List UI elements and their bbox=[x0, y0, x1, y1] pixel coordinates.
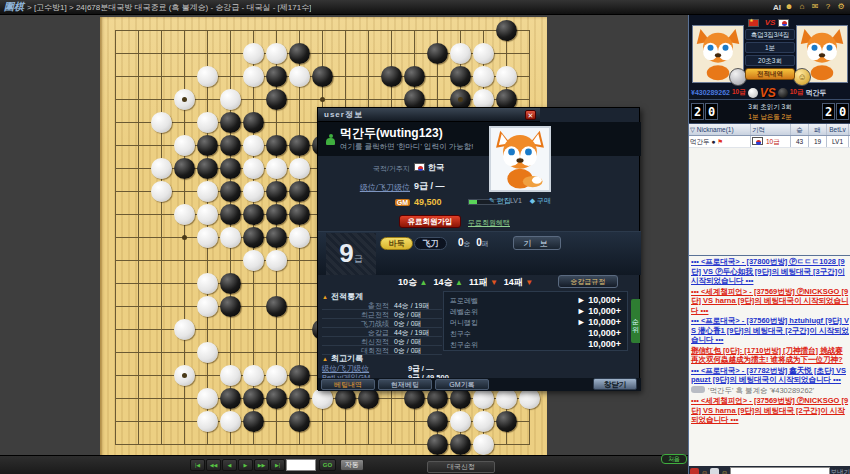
buy-button[interactable]: ◆ 구매 bbox=[530, 196, 551, 206]
komi-label: 흑덤3집3/4집 bbox=[745, 29, 795, 40]
close-window-button[interactable]: 창닫기 bbox=[593, 378, 637, 390]
chat-input-row: ☺ ☺ 보내기 bbox=[689, 466, 850, 474]
black-stone bbox=[289, 135, 310, 156]
white-stone bbox=[174, 204, 195, 225]
white-stone-icon bbox=[748, 88, 758, 98]
white-stone bbox=[473, 434, 494, 455]
auto-button[interactable]: 자동 bbox=[340, 459, 364, 471]
stat-row: 총전적44승 / 19패 bbox=[322, 301, 442, 310]
time-label: 1분 bbox=[745, 42, 795, 53]
player-table: ▽ Nickname(1)기력승패BetLv 먹간두 ● ⚑ 10급 43 19… bbox=[689, 124, 850, 255]
ranking-row: 머니랭킹► 10,000+ bbox=[450, 317, 621, 328]
left-score: 20 bbox=[691, 103, 718, 120]
black-stone bbox=[243, 112, 264, 133]
stat-row: 승강급44승 / 19패 bbox=[322, 328, 442, 337]
stats-section: 전적통계 총전적44승 / 19패최근전적0승 / 0패飞刀战绩0승 / 0패승… bbox=[318, 291, 641, 351]
star-point bbox=[182, 97, 187, 102]
smiley-icon[interactable]: ☺ bbox=[700, 468, 709, 474]
left-player-avatar bbox=[692, 25, 744, 83]
black-stone bbox=[266, 181, 287, 202]
current-betting-button[interactable]: 현재베팅 bbox=[378, 379, 432, 390]
black-stone bbox=[266, 135, 287, 156]
title-bar: 圍棋 > [고수방1] > 24|678분대국방 대국종료 (흑 불계승) - … bbox=[0, 0, 850, 15]
first-move-button[interactable]: 처음 bbox=[661, 454, 687, 464]
ai-label[interactable]: AI bbox=[773, 3, 781, 12]
popup-button-row: 베팅내역 현재베팅 GM기록 창닫기 bbox=[318, 378, 641, 391]
white-stone bbox=[174, 135, 195, 156]
white-stone bbox=[266, 43, 287, 64]
ranking-tab[interactable]: 순위 bbox=[631, 299, 640, 343]
white-stone bbox=[220, 365, 241, 386]
playback-button[interactable]: ◀ bbox=[222, 459, 237, 471]
promotion-stat: 10승 ▲ bbox=[398, 276, 427, 289]
chat-area[interactable]: ••• <프로대국> - [37800번방] Ⓟㄷㄷㄷ1028 [9단] VS … bbox=[689, 255, 850, 466]
star-point bbox=[458, 97, 463, 102]
white-stone bbox=[450, 43, 471, 64]
chat-message[interactable]: ••• <프로대국> - [37800번방] Ⓟㄷㄷㄷ1028 [9단] VS … bbox=[691, 257, 849, 286]
black-stone bbox=[381, 66, 402, 87]
rank-label: 级位/飞刀级位 bbox=[338, 182, 410, 193]
white-stone bbox=[496, 66, 517, 87]
black-stone bbox=[197, 135, 218, 156]
column-header[interactable]: ▽ Nickname(1) bbox=[689, 124, 751, 135]
white-stone bbox=[243, 66, 264, 87]
gm-value: 49,500 bbox=[414, 197, 442, 207]
popup-username[interactable]: 먹간두(wuting123) bbox=[340, 125, 443, 142]
score-panel: 20 3회 초읽기 3회 1분 남은돌 2분 20 bbox=[689, 100, 850, 124]
promotion-stat: 14승 ▲ bbox=[433, 276, 462, 289]
white-stone bbox=[450, 411, 471, 432]
black-stone bbox=[266, 66, 287, 87]
user-icon[interactable]: ☻ bbox=[784, 2, 794, 12]
white-stone bbox=[197, 204, 218, 225]
go-button[interactable]: GO bbox=[319, 459, 336, 471]
membership-link[interactable]: 무료회원혜택 bbox=[468, 218, 510, 228]
white-stone bbox=[151, 158, 172, 179]
up-arrow-icon: ▲ bbox=[455, 278, 463, 287]
white-stone bbox=[243, 135, 264, 156]
black-stone bbox=[220, 296, 241, 317]
table-row[interactable]: 먹간두 ● ⚑ 10급 43 19 LV1 bbox=[689, 136, 850, 148]
promotion-stats: 10승 ▲14승 ▲11패 ▼14패 ▼ bbox=[398, 276, 558, 289]
right-player-rank: 10급 bbox=[790, 88, 804, 97]
black-stone bbox=[220, 388, 241, 409]
up-arrow-icon: ▲ bbox=[420, 278, 428, 287]
stat-row: 최신전적0승 / 0패 bbox=[322, 337, 442, 346]
black-stone bbox=[289, 181, 310, 202]
korea-flag-icon bbox=[778, 19, 789, 27]
breadcrumb: > [고수방1] > 24|678분대국방 대국종료 (흑 불계승) - 승강급… bbox=[27, 2, 311, 13]
white-stone bbox=[197, 181, 218, 202]
home-icon[interactable]: ⌂ bbox=[797, 2, 807, 12]
black-stone bbox=[220, 135, 241, 156]
black-stone-icon bbox=[778, 88, 788, 98]
record-text: 0승 0패 bbox=[458, 237, 489, 249]
chat-input[interactable] bbox=[730, 467, 830, 474]
rank-section: 9급 바둑 飞刀 0승 0패 기 보 bbox=[318, 231, 641, 275]
gold-medal-icon: ☺ bbox=[793, 68, 811, 86]
white-stone bbox=[197, 342, 218, 363]
black-stone bbox=[289, 411, 310, 432]
popup-title: user정보 bbox=[318, 108, 540, 122]
black-stone bbox=[220, 273, 241, 294]
playback-button[interactable]: ▶▶ bbox=[254, 459, 269, 471]
edit-button[interactable]: ✎ 편집 bbox=[489, 196, 511, 206]
black-stone bbox=[450, 66, 471, 87]
emoticon-red-icon[interactable] bbox=[690, 468, 699, 474]
left-player-name[interactable]: ¥430289262 bbox=[691, 89, 730, 96]
right-player-avatar: ☺ bbox=[796, 25, 848, 83]
column-header[interactable]: 기력 bbox=[751, 124, 791, 135]
black-stone bbox=[427, 411, 448, 432]
white-stone bbox=[243, 365, 264, 386]
white-stone bbox=[220, 411, 241, 432]
black-stone bbox=[243, 411, 264, 432]
app-logo: 圍棋 bbox=[4, 0, 24, 14]
chat-message[interactable]: '먹간두' 흑 불계승 '¥430289262' bbox=[691, 386, 849, 396]
star-point bbox=[182, 235, 187, 240]
right-score: 20 bbox=[822, 103, 849, 120]
black-stone bbox=[220, 112, 241, 133]
black-stone bbox=[243, 227, 264, 248]
star-point bbox=[320, 97, 325, 102]
black-stone bbox=[289, 388, 310, 409]
kibo-button[interactable]: 기 보 bbox=[513, 236, 561, 250]
smiley2-icon[interactable]: ☺ bbox=[720, 468, 729, 474]
right-player-name[interactable]: 먹간두 bbox=[805, 88, 826, 98]
black-stone bbox=[266, 204, 287, 225]
black-stone bbox=[289, 43, 310, 64]
speech-bubble-icon[interactable] bbox=[710, 468, 719, 474]
column-header[interactable]: BetLv bbox=[827, 124, 849, 135]
black-stone bbox=[220, 204, 241, 225]
gm-label: GM bbox=[338, 199, 410, 206]
black-stone bbox=[266, 296, 287, 317]
playback-button[interactable]: ▶ bbox=[238, 459, 253, 471]
white-stone bbox=[243, 181, 264, 202]
black-stone bbox=[404, 66, 425, 87]
ranking-row: 레벨순위► 10,000+ bbox=[450, 306, 621, 317]
left-player-rank: 10급 bbox=[732, 88, 746, 97]
black-stone-icon: ● bbox=[711, 138, 715, 145]
black-stone bbox=[243, 204, 264, 225]
black-stone bbox=[450, 434, 471, 455]
white-stone bbox=[151, 112, 172, 133]
black-stone bbox=[312, 66, 333, 87]
send-button[interactable]: 보내기 bbox=[831, 468, 850, 474]
white-stone bbox=[289, 158, 310, 179]
byoyomi-status: 3회 초읽기 3회 bbox=[721, 102, 819, 112]
popup-name-section: 먹간두(wuting123) 여기를 클릭하면 '한마디' 입력이 가능함! bbox=[318, 122, 641, 156]
black-stone bbox=[266, 388, 287, 409]
board-area: user정보 ✕ 먹간두(wuting123) 여기를 클릭하면 '한마디' 입… bbox=[0, 15, 688, 455]
game-request-button[interactable]: 대국신청 bbox=[427, 461, 495, 473]
black-stone bbox=[289, 365, 310, 386]
black-stone bbox=[289, 204, 310, 225]
move-number-input[interactable] bbox=[286, 459, 316, 471]
white-stone bbox=[197, 227, 218, 248]
black-stone bbox=[197, 158, 218, 179]
tab-baduk[interactable]: 바둑 bbox=[380, 237, 413, 250]
down-arrow-icon: ▼ bbox=[525, 278, 533, 287]
black-stone bbox=[427, 434, 448, 455]
white-stone bbox=[197, 273, 218, 294]
ranking-row: 친구순위10,000+ bbox=[450, 339, 621, 350]
nationality-value: 한국 bbox=[414, 162, 444, 173]
popup-subtitle[interactable]: 여기를 클릭하면 '한마디' 입력이 가능함! bbox=[340, 142, 473, 152]
rule-button[interactable]: 승강급규정 bbox=[558, 275, 618, 288]
help-icon[interactable]: ? bbox=[823, 2, 833, 12]
stat-row: 飞刀战绩0승 / 0패 bbox=[322, 319, 442, 328]
white-stone bbox=[289, 66, 310, 87]
black-stone bbox=[174, 158, 195, 179]
column-header[interactable]: 승 bbox=[791, 124, 809, 135]
black-stone bbox=[496, 411, 517, 432]
fox-avatar-image bbox=[491, 128, 549, 190]
playback-button[interactable]: |◀ bbox=[190, 459, 205, 471]
korea-flag-icon bbox=[414, 163, 425, 171]
avatar bbox=[489, 126, 551, 192]
sidebar: ☺ VS 흑덤3집3/4집 1분 20초3회 전적내역 ¥430289262 1… bbox=[688, 15, 850, 474]
vs-small-label: VS bbox=[765, 18, 776, 27]
white-stone bbox=[266, 250, 287, 271]
vs-big-label: VS bbox=[760, 86, 776, 100]
white-stone bbox=[197, 66, 218, 87]
white-stone bbox=[220, 227, 241, 248]
star-point bbox=[182, 373, 187, 378]
white-stone bbox=[220, 89, 241, 110]
white-stone bbox=[266, 158, 287, 179]
white-stone bbox=[266, 365, 287, 386]
white-stone bbox=[243, 43, 264, 64]
tab-knife[interactable]: 飞刀 bbox=[414, 237, 447, 250]
players-panel: ☺ VS 흑덤3집3/4집 1분 20초3회 전적내역 ¥430289262 1… bbox=[689, 15, 850, 100]
chat-message[interactable]: ••• <세계챔피언> - [37569번방] ⓅNICKSGO [9단] VS… bbox=[691, 287, 849, 316]
white-stone bbox=[473, 66, 494, 87]
white-stone bbox=[243, 158, 264, 179]
black-stone bbox=[220, 158, 241, 179]
rank-badge: 9급 bbox=[326, 233, 376, 275]
table-header: ▽ Nickname(1)기력승패BetLv bbox=[689, 124, 850, 136]
ranking-panel: 프로레벨► 10,000+레벨순위► 10,000+머니랭킹► 10,000+친… bbox=[443, 291, 628, 351]
ranking-row: 친구수10,000+ bbox=[450, 328, 621, 339]
black-stone bbox=[220, 181, 241, 202]
promotion-stat: 11패 ▼ bbox=[469, 276, 498, 289]
pin-icon: ⚑ bbox=[717, 138, 723, 145]
time-status: 1분 남은돌 2분 bbox=[721, 112, 819, 122]
white-stone bbox=[197, 112, 218, 133]
person-icon bbox=[326, 134, 335, 145]
white-stone bbox=[197, 296, 218, 317]
china-flag-icon bbox=[748, 19, 759, 27]
black-stone bbox=[496, 20, 517, 41]
rank-value: 9급 / — bbox=[414, 180, 445, 193]
chat-message[interactable]: ••• <프로대국> - [37560번방] hztuhiugf [9단] VS… bbox=[691, 316, 849, 345]
history-button[interactable]: 전적내역 bbox=[745, 68, 795, 80]
white-stone bbox=[197, 388, 218, 409]
white-stone bbox=[197, 411, 218, 432]
user-info-popup: user정보 ✕ 먹간두(wuting123) 여기를 클릭하면 '한마디' 입… bbox=[317, 107, 640, 390]
promotion-stat: 14패 ▼ bbox=[504, 276, 533, 289]
playback-button[interactable]: ◀◀ bbox=[206, 459, 221, 471]
best-title: 최고기록 bbox=[322, 353, 562, 364]
betting-history-button[interactable]: 베팅내역 bbox=[321, 379, 375, 390]
chat-message[interactable]: 鄧信红包 [0단]: [1710번방] [刀神擂台] 挑战赛再次双何蟲越成为擂主… bbox=[691, 346, 849, 365]
black-stone bbox=[243, 388, 264, 409]
black-stone bbox=[266, 89, 287, 110]
chat-message[interactable]: ••• <세계챔피언> - [37569번방] ⓅNICKSGO [9단] VS… bbox=[691, 396, 849, 425]
white-stone bbox=[289, 227, 310, 248]
gear-icon[interactable]: ⚙ bbox=[836, 2, 846, 12]
white-stone bbox=[243, 250, 264, 271]
membership-button[interactable]: 유료회원가입 bbox=[399, 215, 461, 228]
column-header[interactable]: 패 bbox=[809, 124, 827, 135]
chat-message[interactable]: ••• <프로대국> - [37782번방] 鑫天悦 [초단] VS pauzt… bbox=[691, 366, 849, 385]
mail-icon[interactable]: ✉ bbox=[810, 2, 820, 12]
byoyomi-label: 20초3회 bbox=[745, 55, 795, 66]
gm-record-button[interactable]: GM기록 bbox=[435, 379, 489, 390]
white-stone bbox=[151, 181, 172, 202]
down-arrow-icon: ▼ bbox=[490, 278, 498, 287]
stat-row: 최근전적0승 / 0패 bbox=[322, 310, 442, 319]
black-stone bbox=[266, 227, 287, 248]
white-stone bbox=[473, 43, 494, 64]
korea-flag-icon bbox=[752, 137, 763, 145]
bottom-toolbar: |◀◀◀◀▶▶▶▶| GO 자동 대국신청 처음 bbox=[0, 455, 688, 474]
app-window: 圍棋 > [고수방1] > 24|678분대국방 대국종료 (흑 불계승) - … bbox=[0, 0, 850, 474]
ranking-row: 프로레벨► 10,000+ bbox=[450, 295, 621, 306]
white-stone bbox=[473, 411, 494, 432]
playback-button[interactable]: ▶| bbox=[270, 459, 285, 471]
close-icon[interactable]: ✕ bbox=[525, 110, 536, 120]
best-record-row: 级位/飞刀级位9급 / — bbox=[322, 364, 562, 373]
black-stone bbox=[427, 43, 448, 64]
nationality-label: 국적/거주지 bbox=[338, 164, 410, 174]
white-stone bbox=[174, 319, 195, 340]
